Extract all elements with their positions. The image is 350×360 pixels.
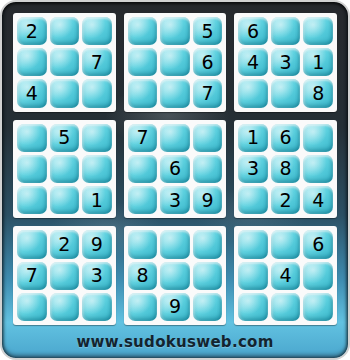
cell-r7c3[interactable]: 9: [82, 230, 112, 258]
cell-r5c7[interactable]: 3: [238, 155, 268, 183]
cell-r2c5[interactable]: [160, 48, 190, 76]
cell-r3c1[interactable]: 4: [17, 79, 47, 107]
cell-r5c3[interactable]: [82, 155, 112, 183]
cell-r8c7[interactable]: [238, 262, 268, 290]
cell-r8c8[interactable]: 4: [271, 262, 301, 290]
cell-r9c5[interactable]: 9: [160, 293, 190, 321]
cell-r6c9[interactable]: 4: [303, 186, 333, 214]
cell-r4c8[interactable]: 6: [271, 124, 301, 152]
cell-r2c8[interactable]: 3: [271, 48, 301, 76]
cell-r4c2[interactable]: 5: [50, 124, 80, 152]
box-2: 567: [124, 13, 227, 112]
box-5: 7639: [124, 120, 227, 219]
cell-r3c9[interactable]: 8: [303, 79, 333, 107]
cell-r1c1[interactable]: 2: [17, 17, 47, 45]
cell-r5c5[interactable]: 6: [160, 155, 190, 183]
cell-r1c2[interactable]: [50, 17, 80, 45]
cell-r2c7[interactable]: 4: [238, 48, 268, 76]
cell-r6c3[interactable]: 1: [82, 186, 112, 214]
cell-r6c5[interactable]: 3: [160, 186, 190, 214]
cell-r9c8[interactable]: [271, 293, 301, 321]
cell-r1c7[interactable]: 6: [238, 17, 268, 45]
sudoku-grid: 2745676431851763916382429738964: [13, 13, 337, 325]
cell-r6c7[interactable]: [238, 186, 268, 214]
cell-r3c7[interactable]: [238, 79, 268, 107]
cell-r1c8[interactable]: [271, 17, 301, 45]
cell-r8c4[interactable]: 8: [128, 262, 158, 290]
cell-r3c2[interactable]: [50, 79, 80, 107]
cell-r8c2[interactable]: [50, 262, 80, 290]
cell-r2c1[interactable]: [17, 48, 47, 76]
box-9: 64: [234, 226, 337, 325]
cell-r1c5[interactable]: [160, 17, 190, 45]
cell-r5c1[interactable]: [17, 155, 47, 183]
cell-r1c4[interactable]: [128, 17, 158, 45]
cell-r5c9[interactable]: [303, 155, 333, 183]
cell-r9c7[interactable]: [238, 293, 268, 321]
website-link[interactable]: www.sudokusweb.com: [2, 333, 348, 351]
cell-r8c6[interactable]: [193, 262, 223, 290]
cell-r9c6[interactable]: [193, 293, 223, 321]
cell-r5c6[interactable]: [193, 155, 223, 183]
cell-r8c5[interactable]: [160, 262, 190, 290]
cell-r4c6[interactable]: [193, 124, 223, 152]
box-1: 274: [13, 13, 116, 112]
box-7: 2973: [13, 226, 116, 325]
cell-r6c4[interactable]: [128, 186, 158, 214]
cell-r7c4[interactable]: [128, 230, 158, 258]
cell-r7c8[interactable]: [271, 230, 301, 258]
cell-r7c5[interactable]: [160, 230, 190, 258]
box-4: 51: [13, 120, 116, 219]
cell-r3c8[interactable]: [271, 79, 301, 107]
cell-r9c1[interactable]: [17, 293, 47, 321]
cell-r3c3[interactable]: [82, 79, 112, 107]
cell-r2c6[interactable]: 6: [193, 48, 223, 76]
box-6: 163824: [234, 120, 337, 219]
cell-r4c1[interactable]: [17, 124, 47, 152]
cell-r4c4[interactable]: 7: [128, 124, 158, 152]
cell-r2c4[interactable]: [128, 48, 158, 76]
cell-r4c7[interactable]: 1: [238, 124, 268, 152]
cell-r1c9[interactable]: [303, 17, 333, 45]
cell-r7c2[interactable]: 2: [50, 230, 80, 258]
cell-r6c2[interactable]: [50, 186, 80, 214]
cell-r9c9[interactable]: [303, 293, 333, 321]
cell-r5c2[interactable]: [50, 155, 80, 183]
cell-r3c4[interactable]: [128, 79, 158, 107]
cell-r9c3[interactable]: [82, 293, 112, 321]
box-8: 89: [124, 226, 227, 325]
cell-r3c6[interactable]: 7: [193, 79, 223, 107]
cell-r7c7[interactable]: [238, 230, 268, 258]
cell-r1c6[interactable]: 5: [193, 17, 223, 45]
cell-r6c1[interactable]: [17, 186, 47, 214]
cell-r1c3[interactable]: [82, 17, 112, 45]
cell-r3c5[interactable]: [160, 79, 190, 107]
box-3: 64318: [234, 13, 337, 112]
cell-r2c3[interactable]: 7: [82, 48, 112, 76]
cell-r8c3[interactable]: 3: [82, 262, 112, 290]
cell-r6c8[interactable]: 2: [271, 186, 301, 214]
cell-r7c1[interactable]: [17, 230, 47, 258]
cell-r4c9[interactable]: [303, 124, 333, 152]
cell-r8c1[interactable]: 7: [17, 262, 47, 290]
cell-r4c3[interactable]: [82, 124, 112, 152]
cell-r5c4[interactable]: [128, 155, 158, 183]
cell-r8c9[interactable]: [303, 262, 333, 290]
cell-r2c9[interactable]: 1: [303, 48, 333, 76]
cell-r2c2[interactable]: [50, 48, 80, 76]
cell-r5c8[interactable]: 8: [271, 155, 301, 183]
cell-r9c4[interactable]: [128, 293, 158, 321]
cell-r6c6[interactable]: 9: [193, 186, 223, 214]
cell-r9c2[interactable]: [50, 293, 80, 321]
sudoku-board: 2745676431851763916382429738964 www.sudo…: [0, 0, 350, 360]
cell-r7c6[interactable]: [193, 230, 223, 258]
cell-r7c9[interactable]: 6: [303, 230, 333, 258]
cell-r4c5[interactable]: [160, 124, 190, 152]
